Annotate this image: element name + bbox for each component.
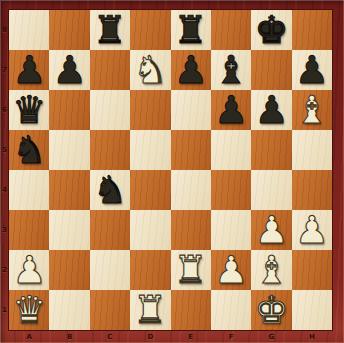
- square-b7[interactable]: ♟: [49, 50, 89, 90]
- square-b6[interactable]: [49, 90, 89, 130]
- square-a4[interactable]: [9, 170, 49, 210]
- square-b2[interactable]: [49, 250, 89, 290]
- square-h7[interactable]: ♟: [292, 50, 332, 90]
- file-label-c: C: [90, 330, 130, 343]
- square-d5[interactable]: [130, 130, 170, 170]
- square-h8[interactable]: [292, 10, 332, 50]
- square-h3[interactable]: ♟: [292, 210, 332, 250]
- square-e7[interactable]: ♟: [171, 50, 211, 90]
- white-rook-e2[interactable]: ♜: [171, 250, 211, 290]
- square-h2[interactable]: [292, 250, 332, 290]
- black-pawn-b7[interactable]: ♟: [49, 50, 89, 90]
- rank-label-3: 3: [0, 210, 9, 250]
- square-a1[interactable]: ♛: [9, 290, 49, 330]
- square-e3[interactable]: [171, 210, 211, 250]
- square-f6[interactable]: ♟: [211, 90, 251, 130]
- square-c1[interactable]: [90, 290, 130, 330]
- square-c6[interactable]: [90, 90, 130, 130]
- square-e5[interactable]: [171, 130, 211, 170]
- white-knight-d7[interactable]: ♞: [130, 50, 170, 90]
- square-b8[interactable]: [49, 10, 89, 50]
- square-a3[interactable]: [9, 210, 49, 250]
- rank-label-7: 7: [0, 50, 9, 90]
- white-rook-d1[interactable]: ♜: [130, 290, 170, 330]
- square-f8[interactable]: [211, 10, 251, 50]
- square-a7[interactable]: ♟: [9, 50, 49, 90]
- square-g8[interactable]: ♚: [251, 10, 291, 50]
- white-king-g1[interactable]: ♚: [251, 290, 291, 330]
- black-king-g8[interactable]: ♚: [251, 10, 291, 50]
- black-rook-e8[interactable]: ♜: [171, 10, 211, 50]
- square-d8[interactable]: [130, 10, 170, 50]
- square-f4[interactable]: [211, 170, 251, 210]
- black-knight-a5[interactable]: ♞: [9, 130, 49, 170]
- rank-label-5: 5: [0, 130, 9, 170]
- rank-label-6: 6: [0, 90, 9, 130]
- square-a5[interactable]: ♞: [9, 130, 49, 170]
- square-f1[interactable]: [211, 290, 251, 330]
- square-e8[interactable]: ♜: [171, 10, 211, 50]
- square-g2[interactable]: ♝: [251, 250, 291, 290]
- black-knight-c4[interactable]: ♞: [90, 170, 130, 210]
- square-g1[interactable]: ♚: [251, 290, 291, 330]
- black-pawn-g6[interactable]: ♟: [251, 90, 291, 130]
- square-c5[interactable]: [90, 130, 130, 170]
- square-f3[interactable]: [211, 210, 251, 250]
- square-d3[interactable]: [130, 210, 170, 250]
- square-a8[interactable]: [9, 10, 49, 50]
- square-g7[interactable]: [251, 50, 291, 90]
- square-g5[interactable]: [251, 130, 291, 170]
- square-f7[interactable]: ♝: [211, 50, 251, 90]
- black-bishop-f7[interactable]: ♝: [211, 50, 251, 90]
- square-d2[interactable]: [130, 250, 170, 290]
- white-pawn-h3[interactable]: ♟: [292, 210, 332, 250]
- white-bishop-h6[interactable]: ♝: [292, 90, 332, 130]
- square-c4[interactable]: ♞: [90, 170, 130, 210]
- white-pawn-a2[interactable]: ♟: [9, 250, 49, 290]
- file-label-e: E: [171, 330, 211, 343]
- rank-label-4: 4: [0, 170, 9, 210]
- square-f2[interactable]: ♟: [211, 250, 251, 290]
- square-f5[interactable]: [211, 130, 251, 170]
- square-d7[interactable]: ♞: [130, 50, 170, 90]
- file-label-f: F: [211, 330, 251, 343]
- square-d1[interactable]: ♜: [130, 290, 170, 330]
- square-g6[interactable]: ♟: [251, 90, 291, 130]
- square-e2[interactable]: ♜: [171, 250, 211, 290]
- square-c3[interactable]: [90, 210, 130, 250]
- white-pawn-g3[interactable]: ♟: [251, 210, 291, 250]
- black-pawn-a7[interactable]: ♟: [9, 50, 49, 90]
- square-d4[interactable]: [130, 170, 170, 210]
- white-pawn-f2[interactable]: ♟: [211, 250, 251, 290]
- square-h6[interactable]: ♝: [292, 90, 332, 130]
- square-e1[interactable]: [171, 290, 211, 330]
- white-queen-a1[interactable]: ♛: [9, 290, 49, 330]
- square-b5[interactable]: [49, 130, 89, 170]
- black-pawn-h7[interactable]: ♟: [292, 50, 332, 90]
- square-c7[interactable]: [90, 50, 130, 90]
- rank-label-1: 1: [0, 290, 9, 330]
- square-b4[interactable]: [49, 170, 89, 210]
- square-e4[interactable]: [171, 170, 211, 210]
- square-g3[interactable]: ♟: [251, 210, 291, 250]
- square-h5[interactable]: [292, 130, 332, 170]
- file-label-b: B: [49, 330, 89, 343]
- file-label-h: H: [292, 330, 332, 343]
- square-d6[interactable]: [130, 90, 170, 130]
- square-a2[interactable]: ♟: [9, 250, 49, 290]
- white-bishop-g2[interactable]: ♝: [251, 250, 291, 290]
- black-pawn-e7[interactable]: ♟: [171, 50, 211, 90]
- black-pawn-f6[interactable]: ♟: [211, 90, 251, 130]
- square-e6[interactable]: [171, 90, 211, 130]
- square-h1[interactable]: [292, 290, 332, 330]
- square-b1[interactable]: [49, 290, 89, 330]
- rank-labels: 87654321: [0, 10, 9, 330]
- square-a6[interactable]: ♛: [9, 90, 49, 130]
- square-c8[interactable]: ♜: [90, 10, 130, 50]
- square-g4[interactable]: [251, 170, 291, 210]
- square-b3[interactable]: [49, 210, 89, 250]
- rank-label-2: 2: [0, 250, 9, 290]
- chess-board[interactable]: ♜♜♚♟♟♞♟♝♟♛♟♟♝♞♞♟♟♟♜♟♝♛♜♚: [9, 10, 332, 330]
- black-queen-a6[interactable]: ♛: [9, 90, 49, 130]
- black-rook-c8[interactable]: ♜: [90, 10, 130, 50]
- rank-label-8: 8: [0, 10, 9, 50]
- square-c2[interactable]: [90, 250, 130, 290]
- chess-board-frame: 87654321 ABCDEFGH ♜♜♚♟♟♞♟♝♟♛♟♟♝♞♞♟♟♟♜♟♝♛…: [0, 0, 344, 343]
- square-h4[interactable]: [292, 170, 332, 210]
